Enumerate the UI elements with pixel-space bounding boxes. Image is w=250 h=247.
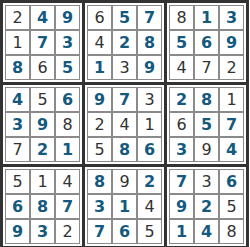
- sudoku-cell-r7c2[interactable]: 1: [30, 169, 55, 194]
- sudoku-cell-r5c6[interactable]: 1: [137, 112, 162, 137]
- sudoku-cell-r3c4[interactable]: 1: [87, 55, 112, 80]
- sudoku-cell-r2c5[interactable]: 2: [112, 30, 137, 55]
- sudoku-cell-r6c2[interactable]: 2: [30, 137, 55, 162]
- sudoku-cell-r4c2[interactable]: 5: [30, 87, 55, 112]
- sudoku-cell-r6c6[interactable]: 6: [137, 137, 162, 162]
- sudoku-cell-r1c9[interactable]: 3: [219, 5, 244, 30]
- sudoku-cell-r6c4[interactable]: 5: [87, 137, 112, 162]
- sudoku-cell-r8c2[interactable]: 8: [30, 194, 55, 219]
- sudoku-box-6: 514687932: [3, 167, 82, 246]
- sudoku-box-0: 249173865: [3, 3, 82, 82]
- sudoku-cell-r8c5[interactable]: 1: [112, 194, 137, 219]
- sudoku-cell-r2c9[interactable]: 9: [219, 30, 244, 55]
- sudoku-cell-r8c6[interactable]: 4: [137, 194, 162, 219]
- sudoku-cell-r2c3[interactable]: 3: [55, 30, 80, 55]
- sudoku-cell-r5c8[interactable]: 5: [194, 112, 219, 137]
- sudoku-cell-r6c5[interactable]: 8: [112, 137, 137, 162]
- sudoku-cell-r9c8[interactable]: 4: [194, 219, 219, 244]
- sudoku-cell-r2c8[interactable]: 6: [194, 30, 219, 55]
- sudoku-cell-r7c6[interactable]: 2: [137, 169, 162, 194]
- sudoku-cell-r4c1[interactable]: 4: [5, 87, 30, 112]
- sudoku-cell-r5c9[interactable]: 7: [219, 112, 244, 137]
- sudoku-cell-r4c9[interactable]: 1: [219, 87, 244, 112]
- sudoku-cell-r4c6[interactable]: 3: [137, 87, 162, 112]
- sudoku-cell-r7c8[interactable]: 3: [194, 169, 219, 194]
- sudoku-cell-r7c5[interactable]: 9: [112, 169, 137, 194]
- sudoku-box-2: 813569472: [167, 3, 246, 82]
- sudoku-cell-r9c3[interactable]: 2: [55, 219, 80, 244]
- sudoku-cell-r6c7[interactable]: 3: [169, 137, 194, 162]
- sudoku-cell-r1c7[interactable]: 8: [169, 5, 194, 30]
- sudoku-cell-r8c3[interactable]: 7: [55, 194, 80, 219]
- sudoku-cell-r9c7[interactable]: 1: [169, 219, 194, 244]
- sudoku-cell-r9c2[interactable]: 3: [30, 219, 55, 244]
- sudoku-cell-r4c8[interactable]: 8: [194, 87, 219, 112]
- sudoku-cell-r5c7[interactable]: 6: [169, 112, 194, 137]
- sudoku-cell-r1c4[interactable]: 6: [87, 5, 112, 30]
- sudoku-cell-r8c7[interactable]: 9: [169, 194, 194, 219]
- sudoku-cell-r3c3[interactable]: 5: [55, 55, 80, 80]
- sudoku-cell-r1c8[interactable]: 1: [194, 5, 219, 30]
- sudoku-cell-r6c1[interactable]: 7: [5, 137, 30, 162]
- sudoku-box-5: 281657394: [167, 85, 246, 164]
- sudoku-cell-r3c7[interactable]: 4: [169, 55, 194, 80]
- sudoku-cell-r8c8[interactable]: 2: [194, 194, 219, 219]
- sudoku-cell-r7c1[interactable]: 5: [5, 169, 30, 194]
- sudoku-cell-r8c9[interactable]: 5: [219, 194, 244, 219]
- sudoku-cell-r3c8[interactable]: 7: [194, 55, 219, 80]
- sudoku-cell-r7c4[interactable]: 8: [87, 169, 112, 194]
- sudoku-cell-r8c4[interactable]: 3: [87, 194, 112, 219]
- sudoku-cell-r9c5[interactable]: 6: [112, 219, 137, 244]
- sudoku-cell-r5c3[interactable]: 8: [55, 112, 80, 137]
- sudoku-cell-r6c8[interactable]: 9: [194, 137, 219, 162]
- sudoku-cell-r2c7[interactable]: 5: [169, 30, 194, 55]
- sudoku-cell-r7c7[interactable]: 7: [169, 169, 194, 194]
- sudoku-board: 2491738656574281398135694724563987219732…: [0, 0, 249, 247]
- sudoku-cell-r9c9[interactable]: 8: [219, 219, 244, 244]
- sudoku-box-4: 973241586: [85, 85, 164, 164]
- sudoku-box-3: 456398721: [3, 85, 82, 164]
- sudoku-cell-r3c9[interactable]: 2: [219, 55, 244, 80]
- sudoku-cell-r2c1[interactable]: 1: [5, 30, 30, 55]
- sudoku-cell-r3c2[interactable]: 6: [30, 55, 55, 80]
- sudoku-cell-r5c2[interactable]: 9: [30, 112, 55, 137]
- sudoku-cell-r4c7[interactable]: 2: [169, 87, 194, 112]
- sudoku-box-1: 657428139: [85, 3, 164, 82]
- sudoku-cell-r2c4[interactable]: 4: [87, 30, 112, 55]
- sudoku-cell-r3c6[interactable]: 9: [137, 55, 162, 80]
- sudoku-cell-r9c4[interactable]: 7: [87, 219, 112, 244]
- sudoku-cell-r1c3[interactable]: 9: [55, 5, 80, 30]
- sudoku-cell-r5c5[interactable]: 4: [112, 112, 137, 137]
- sudoku-cell-r2c2[interactable]: 7: [30, 30, 55, 55]
- sudoku-cell-r6c3[interactable]: 1: [55, 137, 80, 162]
- sudoku-cell-r9c6[interactable]: 5: [137, 219, 162, 244]
- sudoku-cell-r1c2[interactable]: 4: [30, 5, 55, 30]
- sudoku-box-8: 736925148: [167, 167, 246, 246]
- sudoku-cell-r5c4[interactable]: 2: [87, 112, 112, 137]
- sudoku-cell-r3c5[interactable]: 3: [112, 55, 137, 80]
- sudoku-cell-r1c5[interactable]: 5: [112, 5, 137, 30]
- sudoku-cell-r8c1[interactable]: 6: [5, 194, 30, 219]
- sudoku-cell-r4c5[interactable]: 7: [112, 87, 137, 112]
- sudoku-box-7: 892314765: [85, 167, 164, 246]
- sudoku-cell-r3c1[interactable]: 8: [5, 55, 30, 80]
- sudoku-cell-r1c1[interactable]: 2: [5, 5, 30, 30]
- sudoku-cell-r1c6[interactable]: 7: [137, 5, 162, 30]
- sudoku-cell-r7c3[interactable]: 4: [55, 169, 80, 194]
- sudoku-cell-r5c1[interactable]: 3: [5, 112, 30, 137]
- sudoku-cell-r7c9[interactable]: 6: [219, 169, 244, 194]
- sudoku-cell-r4c3[interactable]: 6: [55, 87, 80, 112]
- sudoku-cell-r4c4[interactable]: 9: [87, 87, 112, 112]
- sudoku-cell-r2c6[interactable]: 8: [137, 30, 162, 55]
- sudoku-cell-r6c9[interactable]: 4: [219, 137, 244, 162]
- sudoku-cell-r9c1[interactable]: 9: [5, 219, 30, 244]
